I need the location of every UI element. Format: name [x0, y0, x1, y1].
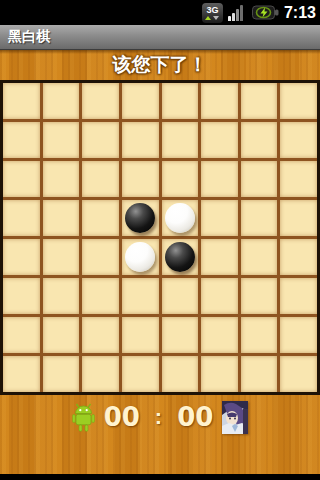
board-cell-r0c7[interactable] [280, 83, 317, 119]
board-cell-r4c3[interactable] [122, 239, 159, 275]
title-bar: 黑白棋 [0, 25, 320, 50]
signal-strength-icon [228, 4, 247, 21]
score-separator: : [155, 404, 162, 430]
board-cell-r7c6[interactable] [241, 356, 278, 392]
board-cell-r3c0[interactable] [3, 200, 40, 236]
white-disc [165, 203, 195, 233]
board-cell-r2c3[interactable] [122, 161, 159, 197]
clock-text: 7:13 [284, 4, 316, 22]
board-cell-r1c4[interactable] [162, 122, 199, 158]
board-cell-r5c7[interactable] [280, 278, 317, 314]
status-bar: 3G 7:13 [0, 0, 320, 25]
board-cell-r0c5[interactable] [201, 83, 238, 119]
board-cell-r5c3[interactable] [122, 278, 159, 314]
board-cell-r5c5[interactable] [201, 278, 238, 314]
board-cell-r4c1[interactable] [43, 239, 80, 275]
board-cell-r4c5[interactable] [201, 239, 238, 275]
board-cell-r3c2[interactable] [82, 200, 119, 236]
board-cell-r0c4[interactable] [162, 83, 199, 119]
board-cell-r1c3[interactable] [122, 122, 159, 158]
score-bar: 00 : 00 [0, 396, 320, 438]
board [0, 80, 320, 395]
board-cell-r6c6[interactable] [241, 317, 278, 353]
wood-spacer [0, 438, 320, 474]
battery-charging-icon [252, 5, 279, 20]
board-cell-r6c1[interactable] [43, 317, 80, 353]
board-cell-r7c7[interactable] [280, 356, 317, 392]
board-cell-r7c4[interactable] [162, 356, 199, 392]
board-cell-r2c2[interactable] [82, 161, 119, 197]
board-cell-r3c5[interactable] [201, 200, 238, 236]
board-cell-r7c5[interactable] [201, 356, 238, 392]
board-cell-r2c4[interactable] [162, 161, 199, 197]
network-3g-label: 3G [206, 6, 218, 15]
board-cell-r4c4[interactable] [162, 239, 199, 275]
right-score: 00 [177, 402, 213, 432]
white-disc [125, 242, 155, 272]
board-cell-r6c3[interactable] [122, 317, 159, 353]
board-cell-r6c2[interactable] [82, 317, 119, 353]
board-cell-r2c6[interactable] [241, 161, 278, 197]
board-cell-r3c1[interactable] [43, 200, 80, 236]
board-cell-r6c4[interactable] [162, 317, 199, 353]
board-cell-r3c3[interactable] [122, 200, 159, 236]
opponent-avatar [222, 401, 248, 434]
turn-message: 该您下了！ [0, 50, 320, 80]
board-cell-r5c1[interactable] [43, 278, 80, 314]
board-cell-r5c0[interactable] [3, 278, 40, 314]
game-area: 该您下了！ 00 : 00 [0, 50, 320, 474]
board-cell-r7c0[interactable] [3, 356, 40, 392]
network-3g-icon: 3G [202, 3, 223, 23]
board-cell-r6c5[interactable] [201, 317, 238, 353]
board-cell-r1c6[interactable] [241, 122, 278, 158]
app-screen: 3G 7:13 黑白棋 该您下了！ [0, 0, 320, 480]
board-cell-r1c0[interactable] [3, 122, 40, 158]
app-title: 黑白棋 [8, 28, 50, 46]
board-cell-r6c0[interactable] [3, 317, 40, 353]
board-cell-r5c2[interactable] [82, 278, 119, 314]
board-cell-r4c2[interactable] [82, 239, 119, 275]
board-cell-r7c2[interactable] [82, 356, 119, 392]
board-cell-r3c6[interactable] [241, 200, 278, 236]
data-activity-arrows-icon [205, 16, 219, 20]
black-disc [125, 203, 155, 233]
board-cell-r2c7[interactable] [280, 161, 317, 197]
board-cell-r4c6[interactable] [241, 239, 278, 275]
board-cell-r1c1[interactable] [43, 122, 80, 158]
board-cell-r7c3[interactable] [122, 356, 159, 392]
board-cell-r0c2[interactable] [82, 83, 119, 119]
board-cell-r7c1[interactable] [43, 356, 80, 392]
android-robot-avatar [72, 403, 95, 432]
board-cell-r3c7[interactable] [280, 200, 317, 236]
board-cell-r1c2[interactable] [82, 122, 119, 158]
board-cell-r1c5[interactable] [201, 122, 238, 158]
board-cell-r0c0[interactable] [3, 83, 40, 119]
board-cell-r2c0[interactable] [3, 161, 40, 197]
board-cell-r4c7[interactable] [280, 239, 317, 275]
black-disc [165, 242, 195, 272]
board-cell-r4c0[interactable] [3, 239, 40, 275]
board-cell-r5c6[interactable] [241, 278, 278, 314]
board-cell-r0c1[interactable] [43, 83, 80, 119]
board-cell-r1c7[interactable] [280, 122, 317, 158]
bottom-black-strip [0, 474, 320, 480]
board-cell-r2c5[interactable] [201, 161, 238, 197]
board-cell-r6c7[interactable] [280, 317, 317, 353]
board-cell-r3c4[interactable] [162, 200, 199, 236]
board-cell-r0c6[interactable] [241, 83, 278, 119]
board-cell-r0c3[interactable] [122, 83, 159, 119]
board-cell-r5c4[interactable] [162, 278, 199, 314]
board-cell-r2c1[interactable] [43, 161, 80, 197]
left-score: 00 [104, 402, 140, 432]
